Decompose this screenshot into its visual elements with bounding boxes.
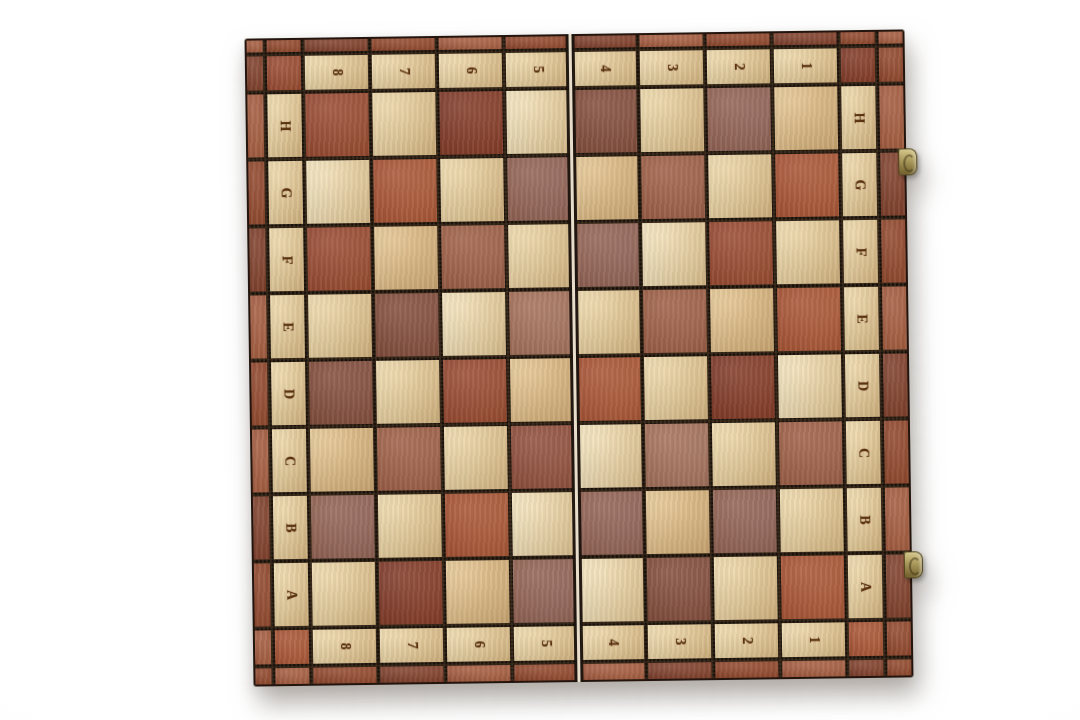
square-f5[interactable] [508, 224, 572, 288]
square-d7[interactable] [376, 360, 440, 424]
square-d1[interactable] [778, 354, 842, 418]
file-label-text: B [856, 515, 872, 525]
rank-label-top-5: 5 [506, 52, 569, 87]
square-a8[interactable] [312, 562, 376, 626]
frame-right-segment [879, 47, 903, 81]
file-label-right-a: A [848, 555, 883, 618]
file-label-left-a: A [274, 563, 309, 626]
frame-left-segment [248, 161, 265, 224]
rank-label-text: 8 [336, 643, 352, 650]
file-label-text: C [281, 455, 297, 465]
file-label-text: H [851, 112, 867, 123]
square-d2[interactable] [711, 355, 775, 419]
square-c2[interactable] [712, 422, 776, 486]
frame-top-segment [305, 39, 368, 52]
square-c4[interactable] [578, 424, 642, 488]
frame-top-segment [773, 32, 836, 45]
rank-label-text: 1 [805, 636, 821, 643]
file-label-right-d: D [845, 354, 880, 417]
square-a7[interactable] [379, 561, 443, 625]
square-d5[interactable] [510, 358, 574, 422]
frame-bottom-segment [514, 664, 577, 681]
square-f6[interactable] [441, 225, 505, 289]
corner-cell [841, 48, 875, 82]
frame-bottom-segment [581, 663, 644, 680]
frame-bottom-segment [715, 661, 778, 678]
file-label-text: D [854, 380, 870, 390]
frame-bottom-segment [447, 665, 510, 682]
frame-bottom-segment [255, 668, 271, 684]
frame-bottom-segment [380, 666, 443, 683]
frame-top-segment [573, 35, 636, 48]
frame-top-segment [247, 40, 263, 52]
rank-label-text: 2 [738, 637, 754, 644]
corner-cell [849, 622, 883, 656]
square-g3[interactable] [641, 155, 705, 219]
square-d4[interactable] [577, 357, 641, 421]
frame-right-segment [883, 353, 908, 416]
square-f3[interactable] [642, 222, 706, 286]
square-c7[interactable] [377, 427, 441, 491]
rank-label-top-6: 6 [439, 53, 502, 88]
rank-label-text: 3 [663, 64, 679, 71]
file-label-text: A [283, 589, 299, 599]
file-label-right-e: E [844, 287, 879, 350]
rank-label-top-3: 3 [640, 50, 703, 85]
rank-label-text: 6 [470, 641, 486, 648]
square-e7[interactable] [375, 293, 439, 357]
rank-label-bottom-2: 2 [715, 623, 778, 658]
rank-label-text: 2 [730, 63, 746, 70]
file-label-left-d: D [271, 362, 306, 425]
square-e6[interactable] [442, 292, 506, 356]
file-label-left-e: E [270, 295, 305, 358]
square-a1[interactable] [781, 555, 845, 619]
square-g8[interactable] [306, 160, 370, 224]
square-g6[interactable] [440, 158, 504, 222]
frame-left-segment [254, 563, 271, 626]
file-label-text: A [857, 581, 873, 591]
square-f8[interactable] [307, 227, 371, 291]
frame-bottom-segment [313, 667, 376, 684]
rank-label-text: 4 [596, 65, 612, 72]
square-e4[interactable] [576, 290, 640, 354]
file-label-text: D [280, 388, 296, 398]
file-label-left-f: F [269, 228, 304, 291]
square-h7[interactable] [372, 92, 436, 156]
file-label-left-g: G [268, 161, 303, 224]
frame-bottom-segment [782, 660, 845, 677]
frame-left-segment [249, 228, 266, 291]
frame-right-segment [881, 219, 906, 282]
frame-top-segment [639, 34, 702, 47]
brass-hinge-top [898, 148, 917, 175]
square-b6[interactable] [445, 493, 509, 557]
rank-label-bottom-6: 6 [447, 627, 510, 662]
frame-top-segment [372, 38, 435, 51]
square-b2[interactable] [713, 489, 777, 553]
corner-cell [275, 630, 309, 664]
square-a5[interactable] [513, 559, 577, 623]
file-label-left-h: H [267, 94, 302, 157]
frame-bottom-segment [849, 660, 883, 676]
square-h5[interactable] [506, 90, 570, 154]
file-label-right-b: B [847, 488, 882, 551]
square-a3[interactable] [647, 557, 711, 621]
file-label-right-c: C [846, 421, 881, 484]
square-b3[interactable] [646, 490, 710, 554]
square-b1[interactable] [780, 488, 844, 552]
square-h3[interactable] [640, 88, 704, 152]
square-d3[interactable] [644, 356, 708, 420]
frame-top-segment [267, 40, 301, 52]
square-c3[interactable] [645, 423, 709, 487]
rank-label-bottom-4: 4 [581, 625, 644, 660]
rank-label-top-7: 7 [372, 54, 435, 89]
square-f2[interactable] [709, 221, 773, 285]
frame-left-segment [251, 362, 268, 425]
rank-label-text: 8 [328, 69, 344, 76]
frame-left-segment [247, 94, 264, 157]
rank-label-bottom-5: 5 [514, 626, 577, 661]
rank-label-text: 5 [537, 640, 553, 647]
frame-right-segment [887, 621, 911, 655]
file-label-text: E [853, 314, 869, 324]
square-a2[interactable] [714, 556, 778, 620]
square-f7[interactable] [374, 226, 438, 290]
rank-label-bottom-3: 3 [648, 624, 711, 659]
brass-hinge-bottom [904, 551, 923, 578]
square-a6[interactable] [446, 560, 510, 624]
rank-label-text: 5 [529, 66, 545, 73]
square-b4[interactable] [579, 491, 643, 555]
square-h6[interactable] [439, 91, 503, 155]
frame-top-segment [840, 32, 874, 44]
frame-left-segment [255, 630, 271, 664]
frame-right-segment [882, 286, 907, 349]
square-b8[interactable] [311, 495, 375, 559]
frame-right-segment [879, 85, 904, 148]
square-a4[interactable] [580, 558, 644, 622]
square-e2[interactable] [710, 288, 774, 352]
file-label-text: G [278, 187, 294, 198]
square-h8[interactable] [305, 93, 369, 157]
square-g1[interactable] [775, 153, 839, 217]
square-c8[interactable] [310, 428, 374, 492]
frame-bottom-segment [275, 668, 309, 684]
rank-label-text: 6 [462, 67, 478, 74]
square-h2[interactable] [707, 87, 771, 151]
rank-label-top-4: 4 [573, 51, 636, 86]
square-g5[interactable] [507, 157, 571, 221]
file-label-text: E [279, 322, 295, 332]
square-c6[interactable] [444, 426, 508, 490]
file-label-text: F [852, 247, 868, 256]
square-g4[interactable] [574, 156, 638, 220]
rank-label-text: 7 [403, 642, 419, 649]
square-h1[interactable] [774, 86, 838, 150]
square-d6[interactable] [443, 359, 507, 423]
frame-right-segment [884, 420, 909, 483]
file-label-right-h: H [841, 86, 876, 149]
square-e3[interactable] [643, 289, 707, 353]
rank-label-bottom-7: 7 [380, 628, 443, 663]
square-c1[interactable] [779, 421, 843, 485]
file-label-text: C [855, 447, 871, 457]
frame-top-segment [506, 36, 569, 49]
file-label-right-g: G [842, 153, 877, 216]
frame-left-segment [252, 429, 269, 492]
frame-bottom-segment [648, 662, 711, 679]
square-g7[interactable] [373, 159, 437, 223]
square-e5[interactable] [509, 291, 573, 355]
chessboard-wrap: 87654321HHGGFFEEDDCCBBAA87654321 [245, 29, 914, 686]
square-h4[interactable] [573, 89, 637, 153]
square-f1[interactable] [776, 220, 840, 284]
file-label-text: B [282, 523, 298, 533]
square-e8[interactable] [308, 294, 372, 358]
frame-left-segment [247, 56, 263, 90]
rank-label-text: 7 [395, 68, 411, 75]
file-label-left-c: C [272, 429, 307, 492]
frame-right-segment [885, 487, 910, 550]
corner-cell [267, 56, 301, 90]
rank-label-text: 4 [604, 639, 620, 646]
square-b5[interactable] [512, 492, 576, 556]
frame-bottom-segment [887, 659, 911, 675]
square-g2[interactable] [708, 154, 772, 218]
file-label-text: G [852, 179, 868, 190]
photo-background: 87654321HHGGFFEEDDCCBBAA87654321 [0, 0, 1080, 720]
frame-top-segment [439, 37, 502, 50]
rank-label-bottom-8: 8 [313, 629, 376, 664]
rank-label-text: 3 [671, 638, 687, 645]
square-f4[interactable] [575, 223, 639, 287]
square-c5[interactable] [511, 425, 575, 489]
file-label-right-f: F [843, 220, 878, 283]
square-d8[interactable] [309, 361, 373, 425]
square-b7[interactable] [378, 494, 442, 558]
file-label-text: H [277, 120, 293, 131]
rank-label-top-8: 8 [305, 55, 368, 90]
frame-top-segment [878, 31, 902, 43]
file-label-left-b: B [273, 496, 308, 559]
square-e1[interactable] [777, 287, 841, 351]
rank-label-top-2: 2 [707, 49, 770, 84]
frame-left-segment [250, 295, 267, 358]
rank-label-bottom-1: 1 [782, 622, 845, 657]
file-label-text: F [279, 255, 295, 264]
frame-left-segment [253, 496, 270, 559]
frame-top-segment [706, 33, 769, 46]
rank-label-top-1: 1 [774, 48, 837, 83]
rank-label-text: 1 [797, 62, 813, 69]
